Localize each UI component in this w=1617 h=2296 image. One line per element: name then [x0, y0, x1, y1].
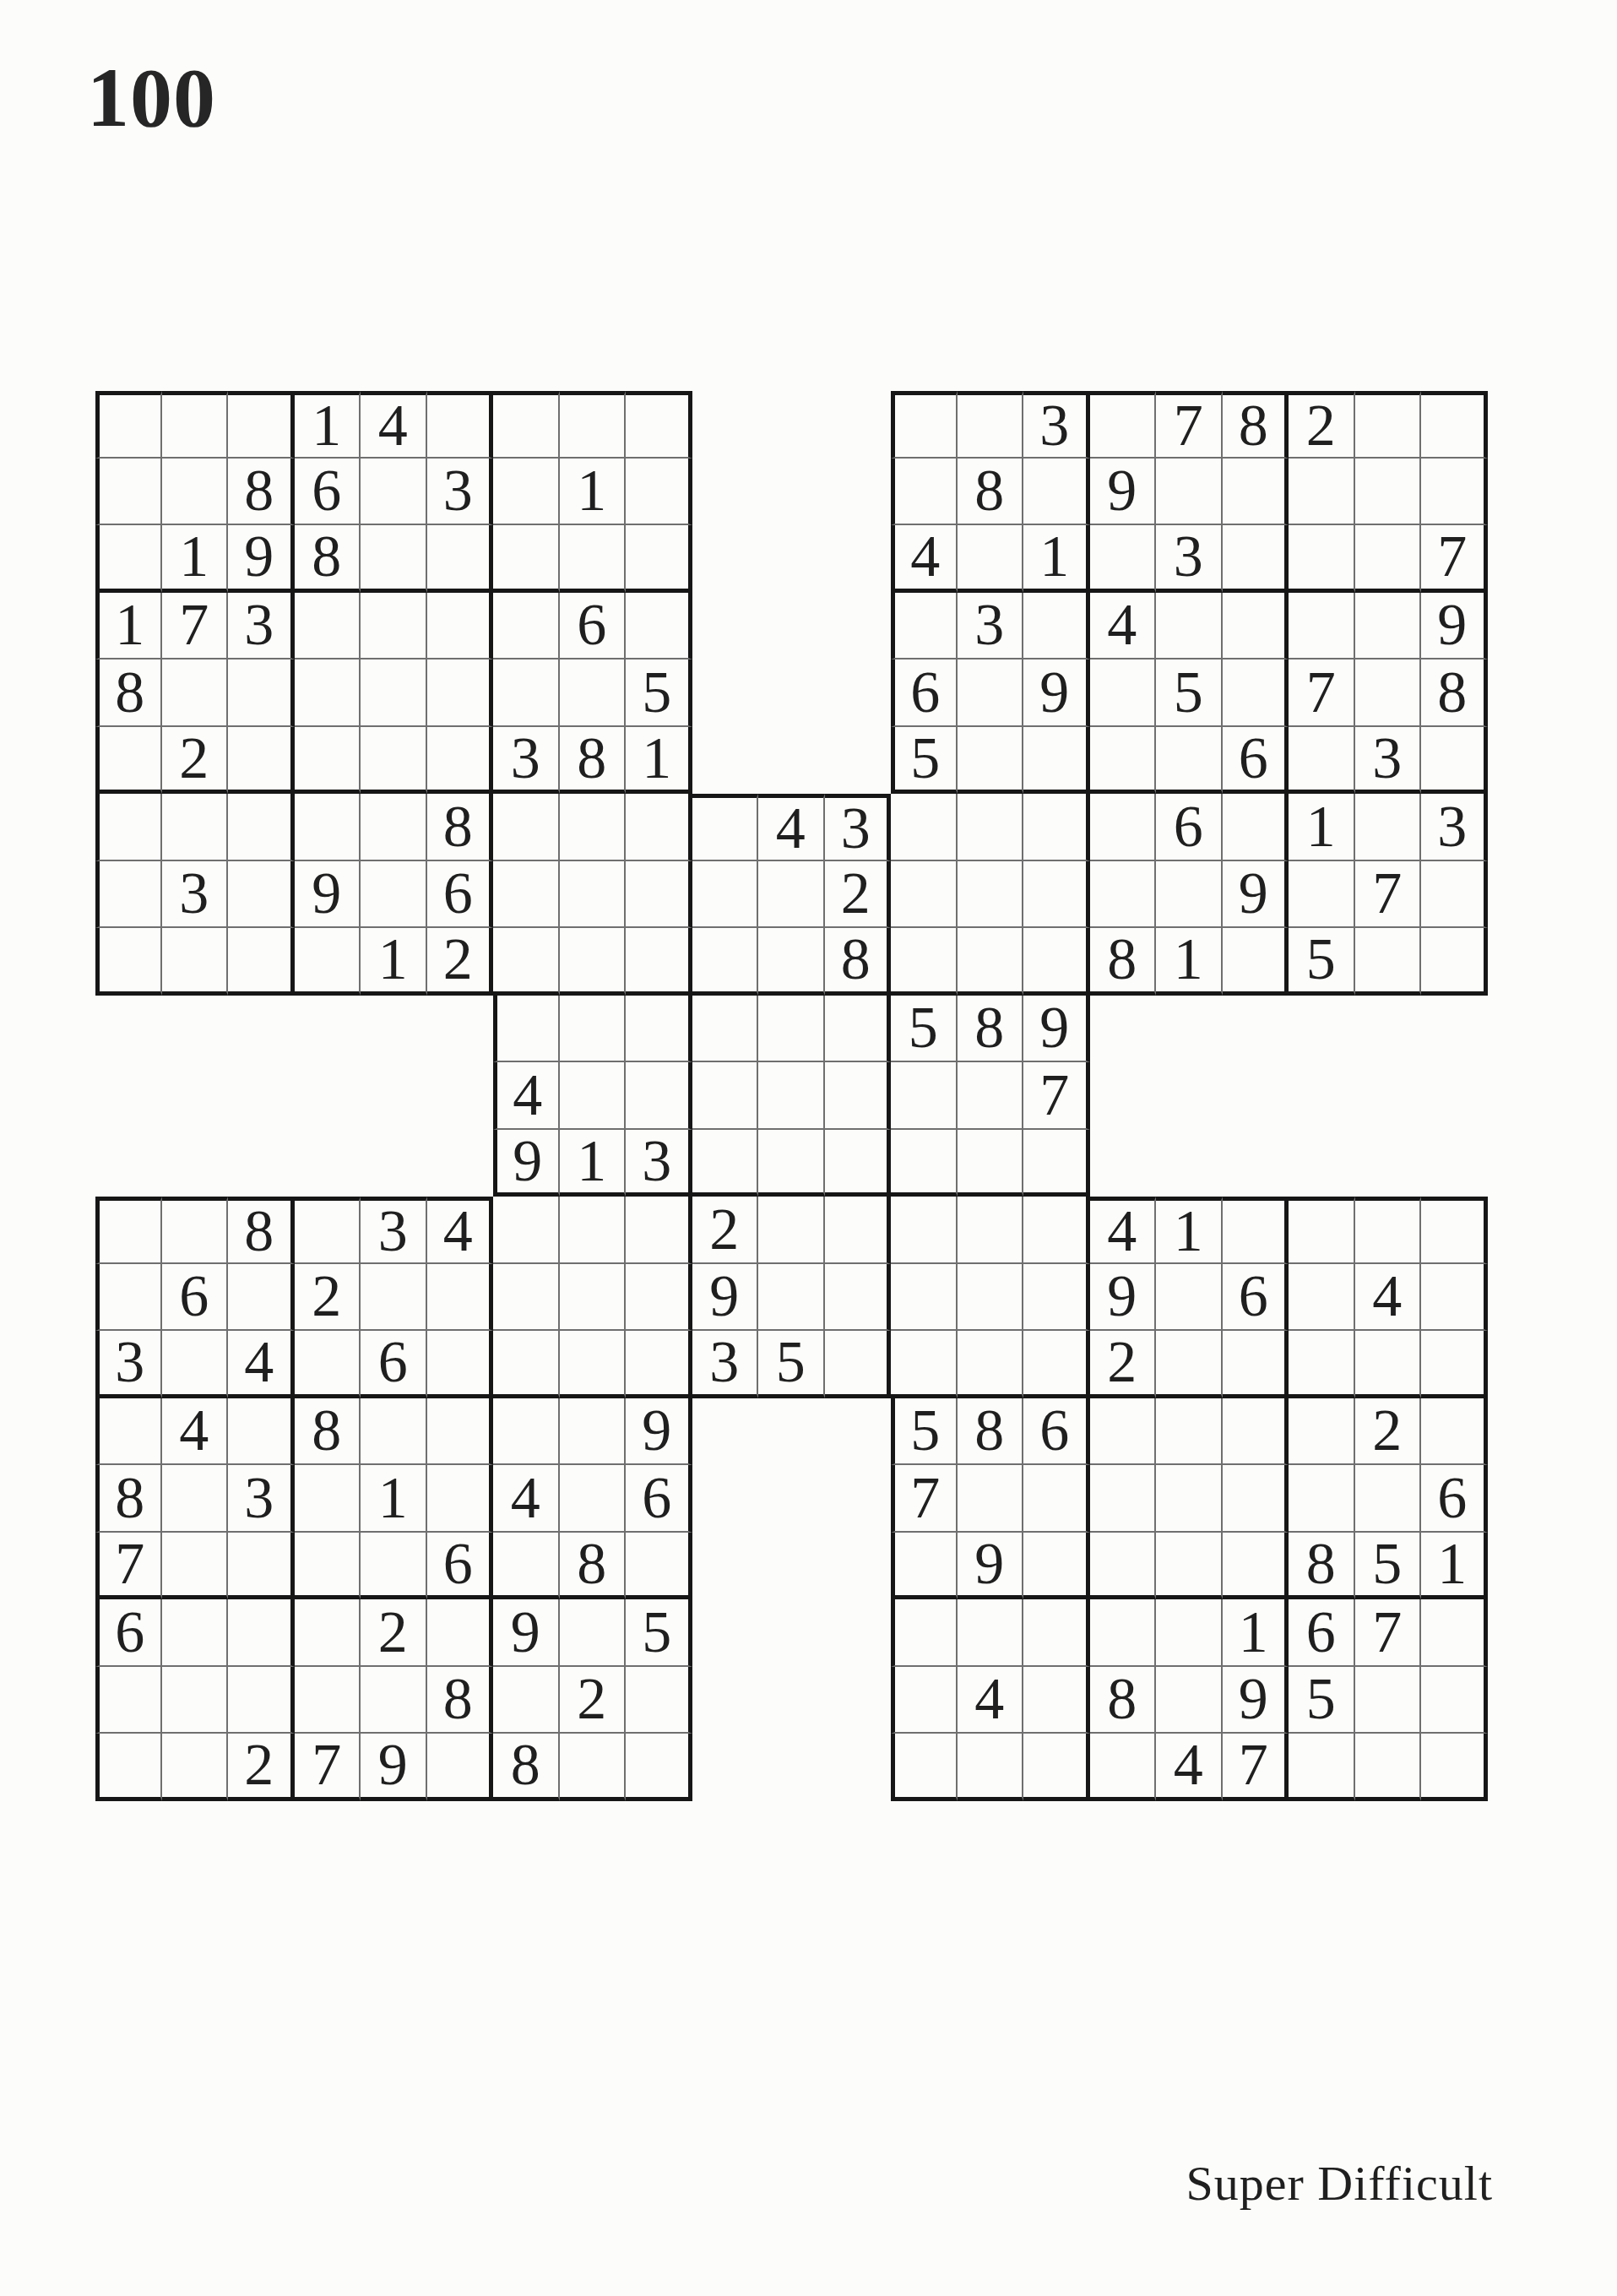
cell-r21c16[interactable] [1090, 1734, 1157, 1801]
cell-r3c18[interactable] [1223, 525, 1289, 593]
cell-r3c5[interactable] [361, 525, 427, 593]
cell-r2c18[interactable] [1223, 459, 1289, 526]
cell-r21c14[interactable] [958, 1734, 1024, 1801]
cell-r7c16[interactable] [1090, 794, 1157, 861]
cell-r9c12: 8 [825, 928, 892, 996]
cell-r9c21[interactable] [1421, 928, 1488, 996]
cell-r12c11[interactable] [758, 1130, 825, 1197]
cell-r15c8[interactable] [560, 1331, 627, 1398]
cell-r8c19[interactable] [1289, 861, 1355, 929]
cell-r8c10[interactable] [692, 861, 759, 929]
cell-r19c16[interactable] [1090, 1599, 1157, 1667]
cell-r8c9[interactable] [626, 861, 692, 929]
cell-r4c20[interactable] [1355, 593, 1422, 660]
cell-r4c7[interactable] [493, 593, 560, 660]
cell-r5c16[interactable] [1090, 659, 1157, 727]
cell-r6c19[interactable] [1289, 727, 1355, 795]
cell-r15c18[interactable] [1223, 1331, 1289, 1398]
cell-r5c2[interactable] [162, 659, 229, 727]
void-cell [1421, 1130, 1488, 1197]
cell-r5c3[interactable] [228, 659, 295, 727]
cell-r19c4[interactable] [295, 1599, 361, 1667]
cell-r9c18[interactable] [1223, 928, 1289, 996]
cell-r18c1: 7 [95, 1533, 162, 1600]
cell-r11c13[interactable] [891, 1062, 958, 1130]
cell-r1c9[interactable] [626, 391, 692, 459]
cell-r7c12: 3 [825, 794, 892, 861]
cell-r10c11[interactable] [758, 996, 825, 1063]
cell-r15c14[interactable] [958, 1331, 1024, 1398]
cell-r8c21[interactable] [1421, 861, 1488, 929]
cell-r16c1[interactable] [95, 1398, 162, 1466]
cell-r7c7[interactable] [493, 794, 560, 861]
cell-r15c1: 3 [95, 1331, 162, 1398]
cell-r7c14[interactable] [958, 794, 1024, 861]
cell-r11c11[interactable] [758, 1062, 825, 1130]
cell-r6c8: 8 [560, 727, 627, 795]
cell-r20c4[interactable] [295, 1667, 361, 1734]
cell-r13c1[interactable] [95, 1197, 162, 1264]
cell-r18c18[interactable] [1223, 1533, 1289, 1600]
cell-r10c10[interactable] [692, 996, 759, 1063]
cell-r20c21[interactable] [1421, 1667, 1488, 1734]
cell-r3c3: 9 [228, 525, 295, 593]
cell-r16c17[interactable] [1156, 1398, 1223, 1466]
cell-r14c17[interactable] [1156, 1264, 1223, 1332]
cell-r18c17[interactable] [1156, 1533, 1223, 1600]
cell-r13c4[interactable] [295, 1197, 361, 1264]
cell-r10c12[interactable] [825, 996, 892, 1063]
cell-r17c16[interactable] [1090, 1465, 1157, 1533]
cell-r5c4[interactable] [295, 659, 361, 727]
cell-r16c5[interactable] [361, 1398, 427, 1466]
cell-r9c8[interactable] [560, 928, 627, 996]
cell-r21c19[interactable] [1289, 1734, 1355, 1801]
cell-r6c2: 2 [162, 727, 229, 795]
cell-r8c11[interactable] [758, 861, 825, 929]
cell-r8c13[interactable] [891, 861, 958, 929]
void-cell [692, 1465, 759, 1533]
cell-r6c1[interactable] [95, 727, 162, 795]
cell-r7c5[interactable] [361, 794, 427, 861]
cell-r5c8[interactable] [560, 659, 627, 727]
cell-r8c3[interactable] [228, 861, 295, 929]
cell-r6c6[interactable] [427, 727, 494, 795]
cell-r20c7[interactable] [493, 1667, 560, 1734]
cell-r7c19: 1 [1289, 794, 1355, 861]
cell-r1c3[interactable] [228, 391, 295, 459]
void-cell [758, 593, 825, 660]
cell-r8c15[interactable] [1023, 861, 1090, 929]
void-cell [692, 1398, 759, 1466]
void-cell [758, 1599, 825, 1667]
cell-r7c2[interactable] [162, 794, 229, 861]
cell-r13c11[interactable] [758, 1197, 825, 1264]
cell-r2c15[interactable] [1023, 459, 1090, 526]
cell-r7c18[interactable] [1223, 794, 1289, 861]
cell-r17c6[interactable] [427, 1465, 494, 1533]
cell-r16c13: 5 [891, 1398, 958, 1466]
void-cell [427, 1062, 494, 1130]
cell-r2c7[interactable] [493, 459, 560, 526]
cell-r6c3[interactable] [228, 727, 295, 795]
cell-r14c14[interactable] [958, 1264, 1024, 1332]
cell-r16c19[interactable] [1289, 1398, 1355, 1466]
cell-r9c15[interactable] [1023, 928, 1090, 996]
cell-r10c7[interactable] [493, 996, 560, 1063]
cell-r11c9[interactable] [626, 1062, 692, 1130]
cell-r1c14[interactable] [958, 391, 1024, 459]
cell-r1c8[interactable] [560, 391, 627, 459]
cell-r9c10[interactable] [692, 928, 759, 996]
cell-r20c15[interactable] [1023, 1667, 1090, 1734]
cell-r2c19[interactable] [1289, 459, 1355, 526]
cell-r17c2[interactable] [162, 1465, 229, 1533]
cell-r15c4[interactable] [295, 1331, 361, 1398]
cell-r15c12[interactable] [825, 1331, 892, 1398]
cell-r8c16[interactable] [1090, 861, 1157, 929]
cell-r14c21[interactable] [1421, 1264, 1488, 1332]
void-cell [692, 1599, 759, 1667]
cell-r15c6[interactable] [427, 1331, 494, 1398]
cell-r3c14[interactable] [958, 525, 1024, 593]
cell-r7c4[interactable] [295, 794, 361, 861]
cell-r18c5[interactable] [361, 1533, 427, 1600]
cell-r9c5: 1 [361, 928, 427, 996]
cell-r20c9[interactable] [626, 1667, 692, 1734]
cell-r7c13[interactable] [891, 794, 958, 861]
cell-r2c17[interactable] [1156, 459, 1223, 526]
cell-r4c4[interactable] [295, 593, 361, 660]
cell-r11c12[interactable] [825, 1062, 892, 1130]
cell-r6c4[interactable] [295, 727, 361, 795]
cell-r7c15[interactable] [1023, 794, 1090, 861]
cell-r5c7[interactable] [493, 659, 560, 727]
cell-r11c8[interactable] [560, 1062, 627, 1130]
cell-r4c15[interactable] [1023, 593, 1090, 660]
cell-r19c17[interactable] [1156, 1599, 1223, 1667]
cell-r17c19[interactable] [1289, 1465, 1355, 1533]
cell-r3c6[interactable] [427, 525, 494, 593]
cell-r19c13[interactable] [891, 1599, 958, 1667]
cell-r13c19[interactable] [1289, 1197, 1355, 1264]
cell-r16c8[interactable] [560, 1398, 627, 1466]
cell-r10c8[interactable] [560, 996, 627, 1063]
cell-r5c20[interactable] [1355, 659, 1422, 727]
cell-r20c14: 4 [958, 1667, 1024, 1734]
cell-r21c18: 7 [1223, 1734, 1289, 1801]
cell-r17c8[interactable] [560, 1465, 627, 1533]
cell-r4c9[interactable] [626, 593, 692, 660]
cell-r21c6[interactable] [427, 1734, 494, 1801]
cell-r20c13[interactable] [891, 1667, 958, 1734]
cell-r15c17[interactable] [1156, 1331, 1223, 1398]
cell-r9c20[interactable] [1355, 928, 1422, 996]
cell-r13c13[interactable] [891, 1197, 958, 1264]
cell-r13c14[interactable] [958, 1197, 1024, 1264]
cell-r3c19[interactable] [1289, 525, 1355, 593]
cell-r17c15[interactable] [1023, 1465, 1090, 1533]
cell-r16c16[interactable] [1090, 1398, 1157, 1466]
cell-r14c13[interactable] [891, 1264, 958, 1332]
cell-r15c19[interactable] [1289, 1331, 1355, 1398]
cell-r17c18[interactable] [1223, 1465, 1289, 1533]
cell-r7c21: 3 [1421, 794, 1488, 861]
cell-r18c7[interactable] [493, 1533, 560, 1600]
cell-r4c2: 7 [162, 593, 229, 660]
void-cell [295, 1130, 361, 1197]
cell-r8c5[interactable] [361, 861, 427, 929]
cell-r5c5[interactable] [361, 659, 427, 727]
cell-r4c5[interactable] [361, 593, 427, 660]
cell-r20c17[interactable] [1156, 1667, 1223, 1734]
cell-r5c9: 5 [626, 659, 692, 727]
cell-r21c2[interactable] [162, 1734, 229, 1801]
cell-r20c2[interactable] [162, 1667, 229, 1734]
cell-r3c8[interactable] [560, 525, 627, 593]
cell-r21c8[interactable] [560, 1734, 627, 1801]
cell-r2c14: 8 [958, 459, 1024, 526]
cell-r12c14[interactable] [958, 1130, 1024, 1197]
cell-r19c14[interactable] [958, 1599, 1024, 1667]
cell-r5c15: 9 [1023, 659, 1090, 727]
cell-r4c13[interactable] [891, 593, 958, 660]
cell-r16c14: 8 [958, 1398, 1024, 1466]
cell-r19c3[interactable] [228, 1599, 295, 1667]
cell-r1c21[interactable] [1421, 391, 1488, 459]
cell-r12c12[interactable] [825, 1130, 892, 1197]
cell-r12c13[interactable] [891, 1130, 958, 1197]
cell-r18c2[interactable] [162, 1533, 229, 1600]
cell-r15c10: 3 [692, 1331, 759, 1398]
cell-r21c13[interactable] [891, 1734, 958, 1801]
cell-r14c3[interactable] [228, 1264, 295, 1332]
cell-r21c1[interactable] [95, 1734, 162, 1801]
cell-r1c2[interactable] [162, 391, 229, 459]
cell-r19c19: 6 [1289, 1599, 1355, 1667]
cell-r17c20[interactable] [1355, 1465, 1422, 1533]
cell-r1c6[interactable] [427, 391, 494, 459]
cell-r19c8[interactable] [560, 1599, 627, 1667]
cell-r21c3: 2 [228, 1734, 295, 1801]
cell-r10c9[interactable] [626, 996, 692, 1063]
cell-r6c5[interactable] [361, 727, 427, 795]
cell-r2c8: 1 [560, 459, 627, 526]
cell-r13c12[interactable] [825, 1197, 892, 1264]
cell-r5c14[interactable] [958, 659, 1024, 727]
cell-r15c5: 6 [361, 1331, 427, 1398]
cell-r4c6[interactable] [427, 593, 494, 660]
cell-r17c4[interactable] [295, 1465, 361, 1533]
cell-r8c14[interactable] [958, 861, 1024, 929]
cell-r17c17[interactable] [1156, 1465, 1223, 1533]
cell-r6c18: 6 [1223, 727, 1289, 795]
cell-r15c21[interactable] [1421, 1331, 1488, 1398]
cell-r7c3[interactable] [228, 794, 295, 861]
cell-r9c14[interactable] [958, 928, 1024, 996]
cell-r19c6[interactable] [427, 1599, 494, 1667]
cell-r14c10: 9 [692, 1264, 759, 1332]
cell-r21c20[interactable] [1355, 1734, 1422, 1801]
cell-r1c16[interactable] [1090, 391, 1157, 459]
cell-r2c3: 8 [228, 459, 295, 526]
cell-r14c5[interactable] [361, 1264, 427, 1332]
cell-r3c20[interactable] [1355, 525, 1422, 593]
cell-r20c3[interactable] [228, 1667, 295, 1734]
cell-r17c14[interactable] [958, 1465, 1024, 1533]
cell-r15c9[interactable] [626, 1331, 692, 1398]
cell-r1c13[interactable] [891, 391, 958, 459]
cell-r20c20[interactable] [1355, 1667, 1422, 1734]
cell-r18c9[interactable] [626, 1533, 692, 1600]
cell-r8c4: 9 [295, 861, 361, 929]
cell-r3c9[interactable] [626, 525, 692, 593]
cell-r14c9[interactable] [626, 1264, 692, 1332]
cell-r2c20[interactable] [1355, 459, 1422, 526]
cell-r9c2[interactable] [162, 928, 229, 996]
cell-r15c7[interactable] [493, 1331, 560, 1398]
void-cell [825, 1398, 892, 1466]
cell-r16c18[interactable] [1223, 1398, 1289, 1466]
cell-r13c8[interactable] [560, 1197, 627, 1264]
cell-r2c5[interactable] [361, 459, 427, 526]
cell-r7c20[interactable] [1355, 794, 1422, 861]
puzzle-number: 100 [87, 56, 216, 140]
cell-r20c8: 2 [560, 1667, 627, 1734]
cell-r13c3: 8 [228, 1197, 295, 1264]
cell-r6c17[interactable] [1156, 727, 1223, 795]
cell-r11c7: 4 [493, 1062, 560, 1130]
cell-r13c18[interactable] [1223, 1197, 1289, 1264]
cell-r5c6[interactable] [427, 659, 494, 727]
cell-r13c7[interactable] [493, 1197, 560, 1264]
void-cell [1289, 1130, 1355, 1197]
cell-r13c2[interactable] [162, 1197, 229, 1264]
cell-r12c10[interactable] [692, 1130, 759, 1197]
cell-r13c20[interactable] [1355, 1197, 1422, 1264]
cell-r6c21[interactable] [1421, 727, 1488, 795]
cell-r7c10[interactable] [692, 794, 759, 861]
cell-r20c1[interactable] [95, 1667, 162, 1734]
cell-r11c14[interactable] [958, 1062, 1024, 1130]
cell-r11c10[interactable] [692, 1062, 759, 1130]
cell-r3c16[interactable] [1090, 525, 1157, 593]
cell-r14c12[interactable] [825, 1264, 892, 1332]
cell-r16c21[interactable] [1421, 1398, 1488, 1466]
cell-r12c15[interactable] [1023, 1130, 1090, 1197]
cell-r21c9[interactable] [626, 1734, 692, 1801]
cell-r2c1[interactable] [95, 459, 162, 526]
cell-r7c9[interactable] [626, 794, 692, 861]
cell-r14c1[interactable] [95, 1264, 162, 1332]
cell-r16c3[interactable] [228, 1398, 295, 1466]
cell-r4c18[interactable] [1223, 593, 1289, 660]
cell-r18c15[interactable] [1023, 1533, 1090, 1600]
cell-r21c21[interactable] [1421, 1734, 1488, 1801]
cell-r14c15[interactable] [1023, 1264, 1090, 1332]
cell-r7c8[interactable] [560, 794, 627, 861]
cell-r14c7[interactable] [493, 1264, 560, 1332]
cell-r20c19: 5 [1289, 1667, 1355, 1734]
cell-r6c14[interactable] [958, 727, 1024, 795]
cell-r15c15[interactable] [1023, 1331, 1090, 1398]
cell-r14c20: 4 [1355, 1264, 1422, 1332]
cell-r2c21[interactable] [1421, 459, 1488, 526]
void-cell [692, 1734, 759, 1801]
cell-r18c19: 8 [1289, 1533, 1355, 1600]
void-cell [825, 459, 892, 526]
cell-r19c15[interactable] [1023, 1599, 1090, 1667]
cell-r3c1[interactable] [95, 525, 162, 593]
cell-r14c6[interactable] [427, 1264, 494, 1332]
cell-r3c17: 3 [1156, 525, 1223, 593]
cell-r1c1[interactable] [95, 391, 162, 459]
cell-r9c1[interactable] [95, 928, 162, 996]
cell-r14c11[interactable] [758, 1264, 825, 1332]
cell-r18c8: 8 [560, 1533, 627, 1600]
cell-r13c21[interactable] [1421, 1197, 1488, 1264]
cell-r19c2[interactable] [162, 1599, 229, 1667]
cell-r13c9[interactable] [626, 1197, 692, 1264]
cell-r9c4[interactable] [295, 928, 361, 996]
cell-r18c4[interactable] [295, 1533, 361, 1600]
cell-r15c13[interactable] [891, 1331, 958, 1398]
cell-r8c8[interactable] [560, 861, 627, 929]
void-cell [1090, 996, 1157, 1063]
cell-r16c20: 2 [1355, 1398, 1422, 1466]
cell-r8c7[interactable] [493, 861, 560, 929]
cell-r20c5[interactable] [361, 1667, 427, 1734]
cell-r7c11: 4 [758, 794, 825, 861]
cell-r21c15[interactable] [1023, 1734, 1090, 1801]
cell-r11c15: 7 [1023, 1062, 1090, 1130]
cell-r5c18[interactable] [1223, 659, 1289, 727]
cell-r19c21[interactable] [1421, 1599, 1488, 1667]
cell-r2c9[interactable] [626, 459, 692, 526]
cell-r7c1[interactable] [95, 794, 162, 861]
cell-r14c19[interactable] [1289, 1264, 1355, 1332]
cell-r17c1: 8 [95, 1465, 162, 1533]
cell-r3c7[interactable] [493, 525, 560, 593]
cell-r1c7[interactable] [493, 391, 560, 459]
cell-r6c15[interactable] [1023, 727, 1090, 795]
cell-r13c15[interactable] [1023, 1197, 1090, 1264]
cell-r15c20[interactable] [1355, 1331, 1422, 1398]
cell-r9c3[interactable] [228, 928, 295, 996]
cell-r16c6[interactable] [427, 1398, 494, 1466]
cell-r14c8[interactable] [560, 1264, 627, 1332]
cell-r8c1[interactable] [95, 861, 162, 929]
cell-r9c11[interactable] [758, 928, 825, 996]
cell-r15c2[interactable] [162, 1331, 229, 1398]
cell-r8c17[interactable] [1156, 861, 1223, 929]
cell-r4c19[interactable] [1289, 593, 1355, 660]
cell-r1c20[interactable] [1355, 391, 1422, 459]
cell-r6c16[interactable] [1090, 727, 1157, 795]
cell-r18c13[interactable] [891, 1533, 958, 1600]
cell-r2c13[interactable] [891, 459, 958, 526]
cell-r2c2[interactable] [162, 459, 229, 526]
cell-r9c13[interactable] [891, 928, 958, 996]
cell-r9c9[interactable] [626, 928, 692, 996]
cell-r9c7[interactable] [493, 928, 560, 996]
cell-r16c7[interactable] [493, 1398, 560, 1466]
cell-r18c16[interactable] [1090, 1533, 1157, 1600]
cell-r4c17[interactable] [1156, 593, 1223, 660]
void-cell [758, 459, 825, 526]
cell-r4c21: 9 [1421, 593, 1488, 660]
cell-r18c3[interactable] [228, 1533, 295, 1600]
